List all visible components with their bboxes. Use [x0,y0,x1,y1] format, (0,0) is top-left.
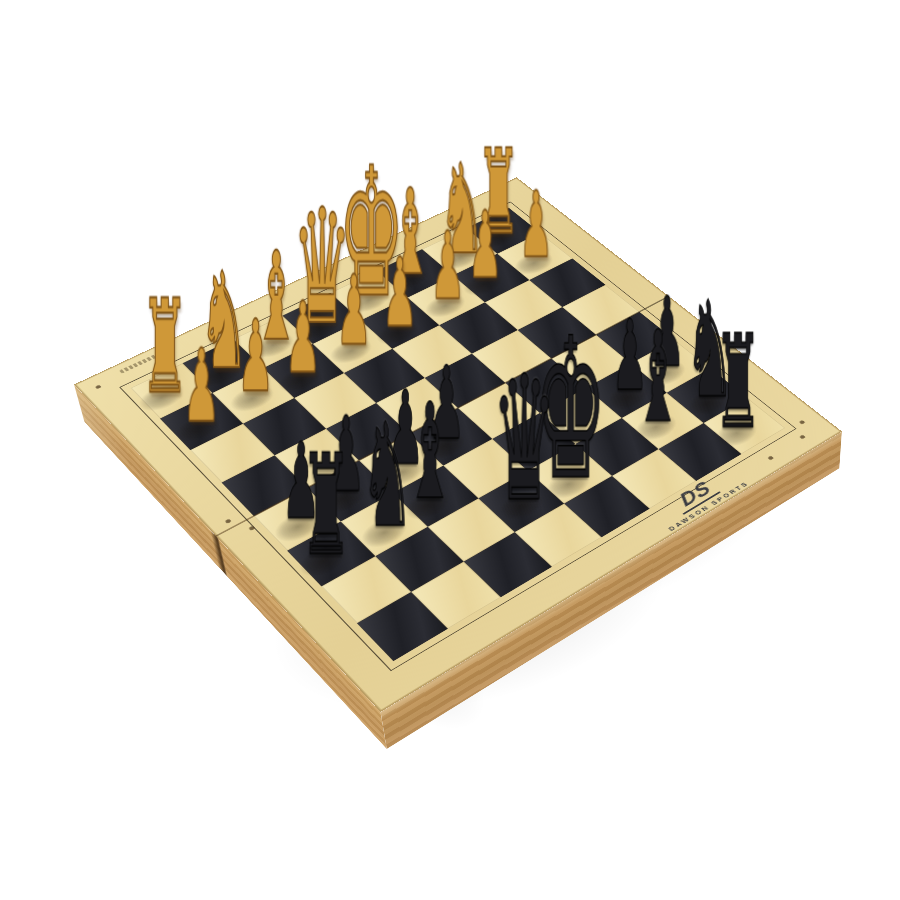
board-top-surface: DS DAWSON SPORTS ♜♞♝♛♚♝♞♜♟♟♟♟♟♟♟♟♟♟♟♟♜♞♝… [74,177,842,712]
product-photo-scene: DS DAWSON SPORTS ♜♞♝♛♚♝♞♜♟♟♟♟♟♟♟♟♟♟♟♟♜♞♝… [0,0,900,900]
pieces-layer: ♜♞♝♛♚♝♞♜♟♟♟♟♟♟♟♟♟♟♟♟♜♞♝♟♟♛♚♝♞♜ [74,177,842,712]
chess-board-box: DS DAWSON SPORTS ♜♞♝♛♚♝♞♜♟♟♟♟♟♟♟♟♟♟♟♟♜♞♝… [74,177,842,712]
